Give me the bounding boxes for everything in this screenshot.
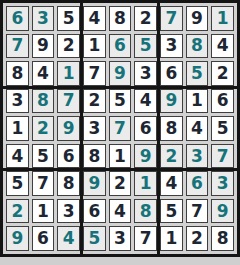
cell-r9c6[interactable]: 7 <box>134 226 157 251</box>
cell-r2c4[interactable]: 1 <box>83 34 106 59</box>
cell-r1c5[interactable]: 8 <box>109 6 132 31</box>
cell-r5c9[interactable]: 5 <box>211 116 234 141</box>
cell-r8c4[interactable]: 6 <box>83 199 106 224</box>
cell-r7c2[interactable]: 7 <box>32 171 55 196</box>
cell-r9c2[interactable]: 6 <box>32 226 55 251</box>
cell-r9c3[interactable]: 4 <box>57 226 80 251</box>
cell-r2c6[interactable]: 5 <box>134 34 157 59</box>
box-divider-vertical-1 <box>80 3 83 254</box>
cell-r3c5[interactable]: 9 <box>109 61 132 86</box>
cell-r5c5[interactable]: 7 <box>109 116 132 141</box>
cell-r6c6[interactable]: 9 <box>134 144 157 169</box>
cell-r2c3[interactable]: 2 <box>57 34 80 59</box>
cell-r6c1[interactable]: 4 <box>6 144 29 169</box>
cell-r3c1[interactable]: 8 <box>6 61 29 86</box>
cell-r3c7[interactable]: 6 <box>160 61 183 86</box>
cell-r4c9[interactable]: 6 <box>211 89 234 114</box>
cell-r6c5[interactable]: 1 <box>109 144 132 169</box>
cell-r8c2[interactable]: 1 <box>32 199 55 224</box>
cell-r8c7[interactable]: 5 <box>160 199 183 224</box>
cell-r7c3[interactable]: 8 <box>57 171 80 196</box>
bottom-margin <box>0 257 240 265</box>
cell-r1c4[interactable]: 4 <box>83 6 106 31</box>
cell-r3c4[interactable]: 7 <box>83 61 106 86</box>
cell-r5c2[interactable]: 2 <box>32 116 55 141</box>
cell-r2c8[interactable]: 8 <box>186 34 209 59</box>
box-divider-horizontal-1 <box>3 86 237 89</box>
cell-r2c1[interactable]: 7 <box>6 34 29 59</box>
cell-r7c9[interactable]: 3 <box>211 171 234 196</box>
cell-r2c9[interactable]: 4 <box>211 34 234 59</box>
cell-r8c8[interactable]: 7 <box>186 199 209 224</box>
cell-r6c7[interactable]: 2 <box>160 144 183 169</box>
cell-r2c2[interactable]: 9 <box>32 34 55 59</box>
cell-r7c5[interactable]: 2 <box>109 171 132 196</box>
cell-r9c8[interactable]: 2 <box>186 226 209 251</box>
cell-r7c6[interactable]: 1 <box>134 171 157 196</box>
cell-r8c5[interactable]: 4 <box>109 199 132 224</box>
cell-r7c8[interactable]: 6 <box>186 171 209 196</box>
cell-r2c5[interactable]: 6 <box>109 34 132 59</box>
cell-r3c2[interactable]: 4 <box>32 61 55 86</box>
cell-r9c5[interactable]: 3 <box>109 226 132 251</box>
cell-r1c6[interactable]: 2 <box>134 6 157 31</box>
cell-r6c9[interactable]: 7 <box>211 144 234 169</box>
cell-r2c7[interactable]: 3 <box>160 34 183 59</box>
cell-r5c7[interactable]: 8 <box>160 116 183 141</box>
cell-r9c7[interactable]: 1 <box>160 226 183 251</box>
box-divider-vertical-2 <box>157 3 160 254</box>
cell-r8c1[interactable]: 2 <box>6 199 29 224</box>
cell-r9c4[interactable]: 5 <box>83 226 106 251</box>
cell-r3c9[interactable]: 2 <box>211 61 234 86</box>
cell-r4c5[interactable]: 5 <box>109 89 132 114</box>
cell-r4c8[interactable]: 1 <box>186 89 209 114</box>
cell-r6c4[interactable]: 8 <box>83 144 106 169</box>
cell-r8c3[interactable]: 3 <box>57 199 80 224</box>
cell-r3c8[interactable]: 5 <box>186 61 209 86</box>
sudoku-board: 6354827917921653848417936523872549161293… <box>0 0 240 257</box>
cell-r6c8[interactable]: 3 <box>186 144 209 169</box>
box-divider-horizontal-2 <box>3 168 237 171</box>
cell-r5c3[interactable]: 9 <box>57 116 80 141</box>
cell-r8c6[interactable]: 8 <box>134 199 157 224</box>
cell-r4c6[interactable]: 4 <box>134 89 157 114</box>
cell-r7c1[interactable]: 5 <box>6 171 29 196</box>
cell-r6c3[interactable]: 6 <box>57 144 80 169</box>
cell-r7c7[interactable]: 4 <box>160 171 183 196</box>
cell-r4c1[interactable]: 3 <box>6 89 29 114</box>
cell-r8c9[interactable]: 9 <box>211 199 234 224</box>
cell-r4c7[interactable]: 9 <box>160 89 183 114</box>
cell-r4c4[interactable]: 2 <box>83 89 106 114</box>
cell-r6c2[interactable]: 5 <box>32 144 55 169</box>
cell-r5c8[interactable]: 4 <box>186 116 209 141</box>
cell-r9c1[interactable]: 9 <box>6 226 29 251</box>
cell-r9c9[interactable]: 8 <box>211 226 234 251</box>
cell-r7c4[interactable]: 9 <box>83 171 106 196</box>
cell-r5c4[interactable]: 3 <box>83 116 106 141</box>
cell-r1c8[interactable]: 9 <box>186 6 209 31</box>
cell-r5c1[interactable]: 1 <box>6 116 29 141</box>
cell-r4c2[interactable]: 8 <box>32 89 55 114</box>
cell-r1c9[interactable]: 1 <box>211 6 234 31</box>
cell-r3c6[interactable]: 3 <box>134 61 157 86</box>
cell-r3c3[interactable]: 1 <box>57 61 80 86</box>
cell-r5c6[interactable]: 6 <box>134 116 157 141</box>
cell-r1c3[interactable]: 5 <box>57 6 80 31</box>
cell-r1c2[interactable]: 3 <box>32 6 55 31</box>
cell-r4c3[interactable]: 7 <box>57 89 80 114</box>
cell-r1c1[interactable]: 6 <box>6 6 29 31</box>
cell-r1c7[interactable]: 7 <box>160 6 183 31</box>
